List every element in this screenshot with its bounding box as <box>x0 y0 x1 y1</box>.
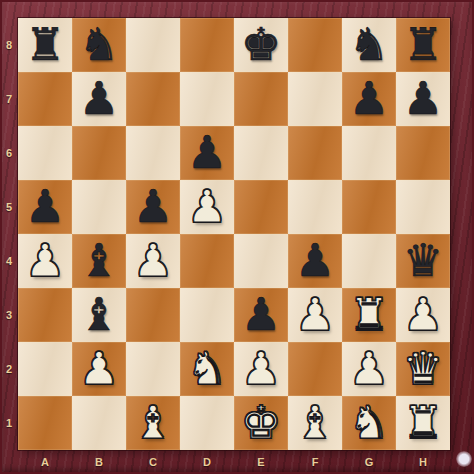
square-a2[interactable] <box>18 342 72 396</box>
square-c6[interactable] <box>126 126 180 180</box>
square-a1[interactable] <box>18 396 72 450</box>
piece-black-pawn: ♟ <box>25 184 65 229</box>
square-g7[interactable]: ♟ <box>342 72 396 126</box>
square-c2[interactable] <box>126 342 180 396</box>
square-c5[interactable]: ♟ <box>126 180 180 234</box>
piece-white-queen: ♛ <box>403 346 443 391</box>
piece-black-pawn: ♟ <box>403 76 443 121</box>
piece-black-pawn: ♟ <box>241 292 281 337</box>
square-e5[interactable] <box>234 180 288 234</box>
piece-black-knight: ♞ <box>349 22 389 67</box>
square-f1[interactable]: ♝ <box>288 396 342 450</box>
square-h4[interactable]: ♛ <box>396 234 450 288</box>
square-e7[interactable] <box>234 72 288 126</box>
square-d7[interactable] <box>180 72 234 126</box>
square-c3[interactable] <box>126 288 180 342</box>
square-c8[interactable] <box>126 18 180 72</box>
piece-white-pawn: ♟ <box>295 292 335 337</box>
square-a3[interactable] <box>18 288 72 342</box>
square-h2[interactable]: ♛ <box>396 342 450 396</box>
piece-black-knight: ♞ <box>79 22 119 67</box>
piece-white-rook: ♜ <box>403 400 443 445</box>
piece-black-rook: ♜ <box>403 22 443 67</box>
square-g8[interactable]: ♞ <box>342 18 396 72</box>
square-g3[interactable]: ♜ <box>342 288 396 342</box>
square-h8[interactable]: ♜ <box>396 18 450 72</box>
file-label-e: E <box>234 450 288 474</box>
piece-black-pawn: ♟ <box>187 130 227 175</box>
file-label-c: C <box>126 450 180 474</box>
piece-white-pawn: ♟ <box>241 346 281 391</box>
square-e1[interactable]: ♚ <box>234 396 288 450</box>
square-a4[interactable]: ♟ <box>18 234 72 288</box>
square-b7[interactable]: ♟ <box>72 72 126 126</box>
square-g6[interactable] <box>342 126 396 180</box>
square-c7[interactable] <box>126 72 180 126</box>
square-e4[interactable] <box>234 234 288 288</box>
rank-label-2: 2 <box>0 342 18 396</box>
piece-black-bishop: ♝ <box>79 238 119 283</box>
square-h1[interactable]: ♜ <box>396 396 450 450</box>
file-label-h: H <box>396 450 450 474</box>
file-label-d: D <box>180 450 234 474</box>
square-d1[interactable] <box>180 396 234 450</box>
piece-white-bishop: ♝ <box>295 400 335 445</box>
piece-black-queen: ♛ <box>403 238 443 283</box>
piece-white-pawn: ♟ <box>133 238 173 283</box>
square-f7[interactable] <box>288 72 342 126</box>
square-c1[interactable]: ♝ <box>126 396 180 450</box>
square-e6[interactable] <box>234 126 288 180</box>
square-d2[interactable]: ♞ <box>180 342 234 396</box>
piece-black-pawn: ♟ <box>79 76 119 121</box>
square-a8[interactable]: ♜ <box>18 18 72 72</box>
piece-black-king: ♚ <box>241 22 281 67</box>
square-a7[interactable] <box>18 72 72 126</box>
piece-black-pawn: ♟ <box>133 184 173 229</box>
rank-label-7: 7 <box>0 72 18 126</box>
square-b8[interactable]: ♞ <box>72 18 126 72</box>
square-b6[interactable] <box>72 126 126 180</box>
piece-black-rook: ♜ <box>25 22 65 67</box>
square-a6[interactable] <box>18 126 72 180</box>
piece-white-pawn: ♟ <box>25 238 65 283</box>
chess-board-frame: 87654321 ABCDEFGH ♜♞♚♞♜♟♟♟♟♟♟♟♟♝♟♟♛♝♟♟♜♟… <box>0 0 474 474</box>
rank-label-8: 8 <box>0 18 18 72</box>
square-d3[interactable] <box>180 288 234 342</box>
piece-black-pawn: ♟ <box>349 76 389 121</box>
square-b2[interactable]: ♟ <box>72 342 126 396</box>
square-f2[interactable] <box>288 342 342 396</box>
piece-white-knight: ♞ <box>187 346 227 391</box>
rank-label-3: 3 <box>0 288 18 342</box>
piece-white-knight: ♞ <box>349 400 389 445</box>
piece-black-pawn: ♟ <box>295 238 335 283</box>
piece-white-pawn: ♟ <box>349 346 389 391</box>
square-b4[interactable]: ♝ <box>72 234 126 288</box>
white-to-move-indicator <box>456 451 472 467</box>
file-label-a: A <box>18 450 72 474</box>
square-f6[interactable] <box>288 126 342 180</box>
piece-white-pawn: ♟ <box>403 292 443 337</box>
rank-label-1: 1 <box>0 396 18 450</box>
square-b1[interactable] <box>72 396 126 450</box>
square-h3[interactable]: ♟ <box>396 288 450 342</box>
rank-label-5: 5 <box>0 180 18 234</box>
square-e3[interactable]: ♟ <box>234 288 288 342</box>
rank-label-6: 6 <box>0 126 18 180</box>
piece-white-king: ♚ <box>241 400 281 445</box>
square-d6[interactable]: ♟ <box>180 126 234 180</box>
piece-white-pawn: ♟ <box>187 184 227 229</box>
file-label-f: F <box>288 450 342 474</box>
square-b3[interactable]: ♝ <box>72 288 126 342</box>
square-h6[interactable] <box>396 126 450 180</box>
piece-white-pawn: ♟ <box>79 346 119 391</box>
square-g1[interactable]: ♞ <box>342 396 396 450</box>
square-a5[interactable]: ♟ <box>18 180 72 234</box>
square-e2[interactable]: ♟ <box>234 342 288 396</box>
chess-board: ♜♞♚♞♜♟♟♟♟♟♟♟♟♝♟♟♛♝♟♟♜♟♟♞♟♟♛♝♚♝♞♜ <box>18 18 450 450</box>
square-h5[interactable] <box>396 180 450 234</box>
square-f3[interactable]: ♟ <box>288 288 342 342</box>
square-d8[interactable] <box>180 18 234 72</box>
square-g5[interactable] <box>342 180 396 234</box>
piece-white-rook: ♜ <box>349 292 389 337</box>
square-h7[interactable]: ♟ <box>396 72 450 126</box>
piece-white-bishop: ♝ <box>133 400 173 445</box>
square-d5[interactable]: ♟ <box>180 180 234 234</box>
rank-label-4: 4 <box>0 234 18 288</box>
square-g2[interactable]: ♟ <box>342 342 396 396</box>
square-d4[interactable] <box>180 234 234 288</box>
square-f8[interactable] <box>288 18 342 72</box>
square-f5[interactable] <box>288 180 342 234</box>
piece-black-bishop: ♝ <box>79 292 119 337</box>
square-b5[interactable] <box>72 180 126 234</box>
file-label-b: B <box>72 450 126 474</box>
square-c4[interactable]: ♟ <box>126 234 180 288</box>
square-g4[interactable] <box>342 234 396 288</box>
square-e8[interactable]: ♚ <box>234 18 288 72</box>
square-f4[interactable]: ♟ <box>288 234 342 288</box>
file-label-g: G <box>342 450 396 474</box>
